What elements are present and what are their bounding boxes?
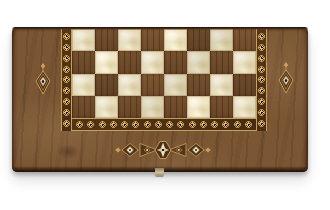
board-square: [118, 29, 141, 51]
board-square: [72, 74, 95, 96]
board-square: [141, 96, 164, 118]
rosette-inlay-icon: [258, 66, 265, 73]
rosette-inlay-icon: [155, 121, 162, 128]
rosette-inlay-icon: [258, 55, 265, 62]
rosette-inlay-icon: [258, 33, 265, 40]
rosette-inlay-icon: [87, 121, 94, 128]
chessboard-half: [61, 29, 267, 131]
board-square: [210, 74, 233, 96]
rosette-inlay-icon: [63, 120, 70, 127]
rosette-inlay-icon: [245, 121, 252, 128]
board-square: [164, 51, 187, 73]
rosette-inlay-icon: [63, 33, 70, 40]
box-top-edge: [12, 27, 308, 30]
rosette-inlay-icon: [63, 66, 70, 73]
board-square: [72, 29, 95, 51]
kite-inlay-icon: [275, 61, 297, 97]
board-square: [95, 96, 118, 118]
rosette-inlay-icon: [189, 121, 196, 128]
rosette-inlay-icon: [258, 109, 265, 116]
board-square: [187, 74, 210, 96]
inlay-border-bottom: [72, 118, 256, 131]
board-square: [95, 74, 118, 96]
board-grid: [72, 29, 256, 118]
board-square: [141, 51, 164, 73]
center-inlay-ornament-icon: [113, 137, 213, 163]
rosette-inlay-icon: [63, 87, 70, 94]
board-square: [210, 96, 233, 118]
rosette-inlay-icon: [258, 87, 265, 94]
rosette-inlay-icon: [76, 121, 83, 128]
board-square: [164, 74, 187, 96]
rosette-inlay-icon: [258, 98, 265, 105]
rosette-inlay-icon: [177, 121, 184, 128]
rosette-inlay-icon: [132, 121, 139, 128]
kite-inlay-icon: [32, 62, 54, 98]
rosette-inlay-icon: [144, 121, 151, 128]
board-square: [164, 96, 187, 118]
board-square: [141, 74, 164, 96]
board-square: [210, 29, 233, 51]
rosette-inlay-icon: [166, 121, 173, 128]
rosette-inlay-icon: [63, 98, 70, 105]
board-square: [164, 29, 187, 51]
board-square: [141, 29, 164, 51]
board-square: [187, 51, 210, 73]
board-square: [118, 96, 141, 118]
inlay-border-right: [256, 29, 267, 131]
rosette-inlay-icon: [121, 121, 128, 128]
rosette-inlay-icon: [200, 121, 207, 128]
board-square: [233, 74, 256, 96]
rosette-inlay-icon: [63, 109, 70, 116]
board-square: [187, 96, 210, 118]
product-photo-background: [0, 0, 330, 210]
rosette-inlay-icon: [234, 121, 241, 128]
board-square: [233, 29, 256, 51]
game-box-lid: [12, 27, 308, 172]
board-square: [95, 51, 118, 73]
board-square: [233, 96, 256, 118]
board-square: [72, 51, 95, 73]
board-square: [187, 29, 210, 51]
rosette-inlay-icon: [222, 121, 229, 128]
board-square: [118, 74, 141, 96]
rosette-inlay-icon: [211, 121, 218, 128]
rosette-inlay-icon: [63, 55, 70, 62]
board-square: [233, 51, 256, 73]
board-square: [210, 51, 233, 73]
board-square: [95, 29, 118, 51]
rosette-inlay-icon: [110, 121, 117, 128]
rosette-inlay-icon: [63, 44, 70, 51]
rosette-inlay-icon: [99, 121, 106, 128]
rosette-inlay-icon: [258, 120, 265, 127]
rosette-inlay-icon: [258, 44, 265, 51]
board-square: [118, 51, 141, 73]
rosette-inlay-icon: [258, 76, 265, 83]
rosette-inlay-icon: [63, 76, 70, 83]
box-clasp-latch: [155, 168, 164, 176]
board-square: [72, 96, 95, 118]
inlay-border-left: [61, 29, 72, 131]
